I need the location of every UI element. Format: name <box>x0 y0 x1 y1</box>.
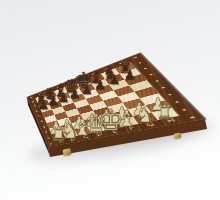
corner-inlay-dot <box>134 56 138 58</box>
border-inlay-dot <box>149 74 153 76</box>
chess-set-product-photo: ABCDEFGH 87654321 ♜♞♝♛♚♝♞♜♟♟♟♟♟♟♟♟♟♟♟♟♟♟… <box>0 0 220 200</box>
corner-inlay-dot <box>50 143 52 144</box>
border-inlay-dot <box>144 68 147 70</box>
border-inlay-dot <box>119 63 122 65</box>
corner-inlay-dot <box>30 97 32 98</box>
border-inlay-dot <box>155 80 159 82</box>
border-inlay-dot <box>168 94 172 96</box>
border-inlay-dot <box>182 109 186 111</box>
border-inlay-dot <box>175 101 179 103</box>
border-inlay-dot <box>105 68 108 70</box>
border-inlay-dot <box>47 90 49 91</box>
border-inlay-dot <box>38 94 40 95</box>
border-inlay-dot <box>92 73 94 74</box>
border-inlay-dot <box>68 82 70 83</box>
border-inlay-dot <box>79 78 81 79</box>
border-inlay-dot <box>161 87 165 89</box>
border-inlay-dot <box>57 87 59 88</box>
border-inlay-dot <box>138 62 141 64</box>
corner-inlay-dot <box>190 116 196 118</box>
